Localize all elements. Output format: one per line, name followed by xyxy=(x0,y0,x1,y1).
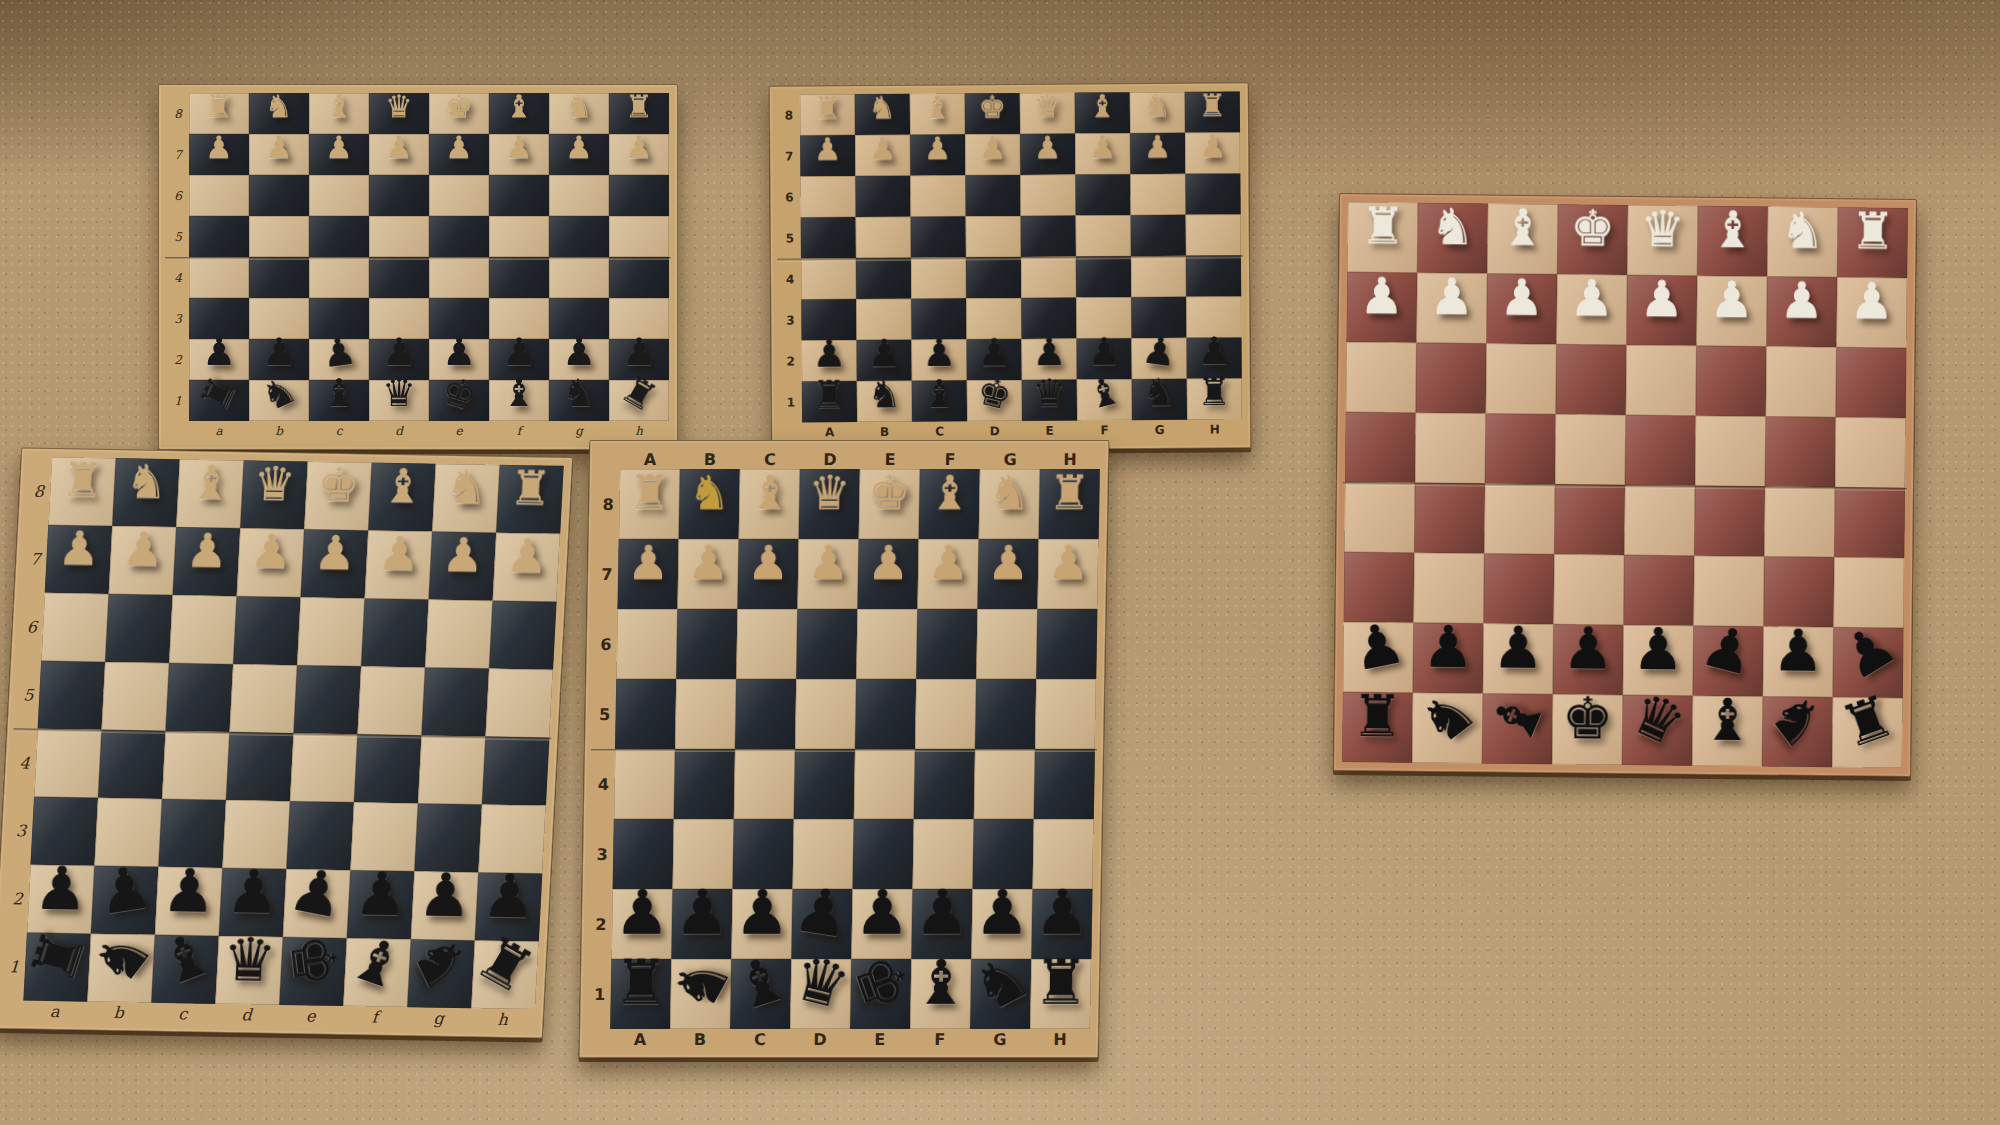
black-pawn: ♟ xyxy=(1021,332,1076,373)
white-pawn: ♟ xyxy=(618,528,679,598)
square-b3 xyxy=(249,298,309,339)
square-h1: ♜ xyxy=(609,380,669,421)
square-a2: ♟ xyxy=(1343,622,1414,693)
square-h6 xyxy=(1836,347,1907,418)
square-h4 xyxy=(1834,487,1905,558)
file-label-e: E xyxy=(1022,421,1077,441)
rank-label-3: 3 xyxy=(591,819,614,889)
black-bishop: ♝ xyxy=(910,948,971,1018)
rank-label-8: 8 xyxy=(778,94,800,135)
square-h8: ♜ xyxy=(1837,207,1908,278)
square-b7: ♟ xyxy=(109,526,177,595)
white-pawn: ♟ xyxy=(1185,126,1240,167)
square-d2: ♟ xyxy=(1553,624,1624,695)
white-pawn: ♟ xyxy=(249,127,309,168)
rank-label-1: 1 xyxy=(167,380,189,421)
square-e3 xyxy=(853,819,914,889)
square-c3 xyxy=(1484,554,1555,625)
white-queen: ♛ xyxy=(241,449,309,518)
file-label-a: A xyxy=(610,1029,670,1049)
square-a6 xyxy=(41,593,109,662)
square-b8: ♞ xyxy=(855,94,910,135)
square-h8: ♜ xyxy=(1185,91,1240,132)
square-b2: ♟ xyxy=(1413,623,1484,694)
square-c1: ♝ xyxy=(151,935,219,1004)
square-b3 xyxy=(856,299,911,340)
file-label-a: a xyxy=(189,421,249,441)
square-e3 xyxy=(1624,555,1695,626)
black-pawn: ♟ xyxy=(672,878,733,948)
square-e4 xyxy=(1624,485,1695,556)
square-c6 xyxy=(169,595,237,664)
square-d5 xyxy=(795,679,856,749)
square-b6 xyxy=(676,609,737,679)
white-queen: ♛ xyxy=(1020,86,1075,127)
square-g2: ♟ xyxy=(971,889,1032,959)
square-e6 xyxy=(429,175,489,216)
square-a1: ♜ xyxy=(802,381,857,422)
white-pawn: ♟ xyxy=(738,528,799,598)
square-d1: ♚ xyxy=(1552,694,1623,765)
square-h7: ♟ xyxy=(493,533,561,602)
rank-label-2: 2 xyxy=(780,340,802,381)
square-e8: ♛ xyxy=(1627,205,1698,276)
square-a1: ♜ xyxy=(610,959,671,1029)
square-a6 xyxy=(616,609,677,679)
square-g3 xyxy=(973,819,1034,889)
square-g2: ♟ xyxy=(549,339,609,380)
white-bishop: ♝ xyxy=(1487,192,1558,263)
square-d6 xyxy=(369,175,429,216)
rank-label-8: 8 xyxy=(597,469,620,539)
white-pawn: ♟ xyxy=(918,528,979,598)
square-b4 xyxy=(856,258,911,299)
black-pawn: ♟ xyxy=(1032,878,1093,948)
square-e5 xyxy=(429,216,489,257)
square-b5 xyxy=(102,662,170,731)
square-d8: ♚ xyxy=(965,93,1020,134)
white-knight: ♞ xyxy=(855,87,910,128)
square-g4 xyxy=(1131,256,1186,297)
white-rook: ♜ xyxy=(1039,458,1100,528)
file-label-h: h xyxy=(609,421,669,441)
square-e4 xyxy=(854,749,915,819)
file-label-b: B xyxy=(680,449,740,469)
chess-board-b4: ABCDEFGH8♜♞♝♛♚♝♞♜7♟♟♟♟♟♟♟♟65432♟♟♟♟♟♟♟♟1… xyxy=(579,440,1110,1058)
square-a4 xyxy=(189,257,249,298)
square-b8: ♞ xyxy=(679,469,740,539)
white-king: ♚ xyxy=(429,86,489,127)
square-g4 xyxy=(418,735,486,804)
square-e4 xyxy=(1021,257,1076,298)
file-label-e: E xyxy=(860,449,920,469)
white-queen: ♛ xyxy=(369,86,429,127)
square-h4 xyxy=(1186,255,1241,296)
square-b6 xyxy=(1416,343,1487,414)
square-c8: ♝ xyxy=(176,459,244,528)
square-d3 xyxy=(966,298,1021,339)
square-g7: ♟ xyxy=(549,134,609,175)
square-f5 xyxy=(1695,416,1766,487)
frame-corner xyxy=(598,449,620,469)
square-d7: ♟ xyxy=(1556,274,1627,345)
square-c8: ♝ xyxy=(309,93,369,134)
file-label-g: g xyxy=(406,1007,471,1028)
frame-corner xyxy=(588,1029,610,1049)
black-pawn: ♟ xyxy=(852,878,913,948)
square-c6 xyxy=(1486,344,1557,415)
square-b6 xyxy=(249,175,309,216)
square-a7: ♟ xyxy=(45,525,113,594)
square-d8: ♛ xyxy=(799,469,860,539)
square-h3 xyxy=(609,298,669,339)
square-a5 xyxy=(615,679,676,749)
file-label-d: D xyxy=(790,1029,850,1049)
white-rook: ♜ xyxy=(497,454,565,523)
square-e2: ♟ xyxy=(851,889,912,959)
white-rook: ♜ xyxy=(1185,85,1240,126)
white-knight: ♞ xyxy=(679,458,740,528)
square-d4 xyxy=(369,257,429,298)
square-d3 xyxy=(793,819,854,889)
square-a5 xyxy=(1345,412,1416,483)
square-g3 xyxy=(549,298,609,339)
square-h6 xyxy=(489,601,557,670)
square-e5 xyxy=(294,665,362,734)
square-e7: ♟ xyxy=(857,539,918,609)
square-c2: ♟ xyxy=(731,889,792,959)
black-bishop: ♝ xyxy=(309,373,369,414)
square-c3 xyxy=(911,298,966,339)
carpet-photo-scene: 8♜♞♝♛♚♝♞♜7♟♟♟♟♟♟♟♟65432♟♟♟♟♟♟♟♟1♜♞♝♛♚♝♞♜… xyxy=(0,0,2000,1125)
square-e6 xyxy=(1626,345,1697,416)
square-g1: ♞ xyxy=(407,939,475,1008)
rank-label-4: 4 xyxy=(167,257,189,298)
white-rook: ♜ xyxy=(189,86,249,127)
square-c4 xyxy=(162,731,230,800)
square-b8: ♞ xyxy=(1417,203,1488,274)
rank-label-2: 2 xyxy=(167,339,189,380)
white-pawn: ♟ xyxy=(1075,127,1130,168)
square-a4 xyxy=(801,258,856,299)
white-knight: ♞ xyxy=(549,86,609,127)
chess-board-b3: 8♜♞♝♛♚♝♞♜7♟♟♟♟♟♟♟♟65432♟♟♟♟♟♟♟♟1♜♞♝♛♚♝♞♜… xyxy=(0,447,573,1038)
square-b2: ♟ xyxy=(91,866,159,935)
square-h5 xyxy=(609,216,669,257)
square-b5 xyxy=(675,679,736,749)
square-d6 xyxy=(965,175,1020,216)
square-h4 xyxy=(1034,749,1095,819)
square-b7: ♟ xyxy=(249,134,309,175)
square-g5 xyxy=(1765,416,1836,487)
square-a6 xyxy=(189,175,249,216)
square-f6 xyxy=(489,175,549,216)
square-g8: ♞ xyxy=(1767,206,1838,277)
square-c1: ♝ xyxy=(1482,694,1553,765)
white-pawn: ♟ xyxy=(965,127,1020,168)
square-h1: ♜ xyxy=(471,940,539,1009)
square-b3 xyxy=(1414,553,1485,624)
square-f6 xyxy=(916,609,977,679)
square-f7: ♟ xyxy=(365,530,433,599)
rank-label-7: 7 xyxy=(167,134,189,175)
square-e8: ♚ xyxy=(859,469,920,539)
square-e4 xyxy=(290,733,358,802)
square-g8: ♞ xyxy=(979,469,1040,539)
file-label-f: F xyxy=(1077,420,1132,440)
square-h2: ♟ xyxy=(475,872,543,941)
square-f5 xyxy=(358,666,426,735)
square-h4 xyxy=(609,257,669,298)
square-b3 xyxy=(673,819,734,889)
square-c5 xyxy=(309,216,369,257)
square-f3 xyxy=(1694,556,1765,627)
file-label-e: E xyxy=(850,1029,910,1049)
square-a1: ♜ xyxy=(23,933,91,1002)
square-c7: ♟ xyxy=(1486,274,1557,345)
square-h3 xyxy=(478,804,546,873)
square-c5 xyxy=(166,663,234,732)
square-h5 xyxy=(1186,214,1241,255)
square-h6 xyxy=(1036,609,1097,679)
frame-corner xyxy=(167,421,189,441)
white-queen: ♛ xyxy=(799,458,860,528)
square-h7: ♟ xyxy=(1037,539,1098,609)
square-d7: ♟ xyxy=(237,528,305,597)
square-f5 xyxy=(489,216,549,257)
white-bishop: ♝ xyxy=(910,87,965,128)
square-a2: ♟ xyxy=(802,340,857,381)
square-f3 xyxy=(350,802,418,871)
file-label-b: b xyxy=(86,1002,151,1023)
square-e4 xyxy=(429,257,489,298)
chess-board-b2: 8♜♞♝♚♛♝♞♜7♟♟♟♟♟♟♟♟65432♟♟♟♟♟♟♟♟1♜♞♝♚♛♝♞♜… xyxy=(769,82,1252,451)
file-label-f: f xyxy=(489,421,549,441)
square-b3 xyxy=(94,798,162,867)
square-d1: ♛ xyxy=(790,959,851,1029)
square-d6 xyxy=(796,609,857,679)
square-b6 xyxy=(105,594,173,663)
square-a5 xyxy=(801,217,856,258)
square-c2: ♟ xyxy=(155,867,223,936)
black-rook: ♜ xyxy=(802,375,857,416)
square-h8: ♜ xyxy=(1039,469,1100,539)
white-pawn: ♟ xyxy=(489,127,549,168)
square-g8: ♞ xyxy=(1130,92,1185,133)
file-label-g: G xyxy=(980,449,1040,469)
file-label-a: A xyxy=(620,449,680,469)
black-rook: ♜ xyxy=(610,948,671,1018)
square-b8: ♞ xyxy=(249,93,309,134)
rank-label-5: 5 xyxy=(779,217,801,258)
white-knight: ♞ xyxy=(1417,192,1488,263)
square-e7: ♟ xyxy=(1626,275,1697,346)
square-g6 xyxy=(1766,346,1837,417)
white-knight: ♞ xyxy=(979,458,1040,528)
white-pawn: ♟ xyxy=(800,129,855,170)
square-g7: ♟ xyxy=(1766,276,1837,347)
square-c2: ♟ xyxy=(309,339,369,380)
square-a3 xyxy=(801,299,856,340)
square-c6 xyxy=(736,609,797,679)
white-pawn: ♟ xyxy=(549,127,609,168)
square-g3 xyxy=(414,803,482,872)
rank-label-8: 8 xyxy=(167,93,189,134)
square-e2: ♟ xyxy=(283,869,351,938)
rank-label-5: 5 xyxy=(167,216,189,257)
square-d2: ♟ xyxy=(219,868,287,937)
square-a3 xyxy=(30,797,98,866)
square-b1: ♞ xyxy=(249,380,309,421)
square-b2: ♟ xyxy=(249,339,309,380)
black-queen: ♛ xyxy=(369,373,429,414)
rank-label-1: 1 xyxy=(780,381,802,422)
square-h2: ♟ xyxy=(1186,337,1241,378)
square-g4 xyxy=(1764,486,1835,557)
square-e2: ♟ xyxy=(1623,625,1694,696)
square-d8: ♛ xyxy=(240,460,308,529)
square-a4 xyxy=(1344,482,1415,553)
square-d4 xyxy=(1554,484,1625,555)
black-pawn: ♟ xyxy=(732,878,793,948)
file-label-a: a xyxy=(22,1001,87,1022)
square-h7: ♟ xyxy=(609,134,669,175)
square-g2: ♟ xyxy=(411,871,479,940)
square-h6 xyxy=(609,175,669,216)
square-f8: ♝ xyxy=(1075,92,1130,133)
square-e7: ♟ xyxy=(1020,134,1075,175)
square-c5 xyxy=(735,679,796,749)
square-a1: ♜ xyxy=(189,380,249,421)
square-f2: ♟ xyxy=(489,339,549,380)
square-e5 xyxy=(855,679,916,749)
square-b5 xyxy=(856,217,911,258)
white-bishop: ♝ xyxy=(919,458,980,528)
black-rook: ♜ xyxy=(1030,948,1091,1018)
square-a2: ♟ xyxy=(27,865,95,934)
square-b7: ♟ xyxy=(855,135,910,176)
white-pawn: ♟ xyxy=(858,528,919,598)
square-f3 xyxy=(1076,297,1131,338)
square-g3 xyxy=(1764,556,1835,627)
white-bishop: ♝ xyxy=(309,86,369,127)
square-e5 xyxy=(1021,216,1076,257)
square-e8: ♚ xyxy=(429,93,489,134)
square-f4 xyxy=(914,749,975,819)
square-g5 xyxy=(975,679,1036,749)
square-d2: ♟ xyxy=(791,889,852,959)
file-label-c: c xyxy=(309,421,369,441)
square-a3 xyxy=(1344,552,1415,623)
black-bishop: ♝ xyxy=(489,373,549,414)
square-h7: ♟ xyxy=(1836,277,1907,348)
square-b4 xyxy=(98,730,166,799)
black-pawn: ♟ xyxy=(972,878,1033,948)
rank-label-6: 6 xyxy=(167,175,189,216)
rank-label-5: 5 xyxy=(593,679,616,749)
white-bishop: ♝ xyxy=(1075,86,1130,127)
square-f6 xyxy=(361,598,429,667)
square-a2: ♟ xyxy=(611,889,672,959)
square-c1: ♝ xyxy=(912,380,967,421)
white-rook: ♜ xyxy=(619,458,680,528)
square-g2: ♟ xyxy=(1763,626,1834,697)
file-label-h: H xyxy=(1187,419,1242,439)
file-label-d: D xyxy=(967,421,1022,441)
square-a4 xyxy=(614,749,675,819)
black-pawn: ♟ xyxy=(489,332,549,373)
white-knight: ♞ xyxy=(249,86,309,127)
file-label-g: g xyxy=(549,421,609,441)
square-h1: ♜ xyxy=(1030,959,1091,1029)
black-pawn: ♟ xyxy=(912,878,973,948)
square-c4 xyxy=(1484,484,1555,555)
square-d7: ♟ xyxy=(797,539,858,609)
square-d8: ♚ xyxy=(1557,204,1628,275)
square-h3 xyxy=(1033,819,1094,889)
square-f5 xyxy=(1076,215,1131,256)
white-rook: ♜ xyxy=(800,88,855,129)
square-g7: ♟ xyxy=(429,532,497,601)
square-b6 xyxy=(855,176,910,217)
square-a8: ♜ xyxy=(48,457,116,526)
square-a7: ♟ xyxy=(800,135,855,176)
square-c1: ♝ xyxy=(309,380,369,421)
black-pawn: ♟ xyxy=(429,332,489,373)
black-knight: ♞ xyxy=(1132,372,1187,413)
square-d7: ♟ xyxy=(369,134,429,175)
square-a7: ♟ xyxy=(189,134,249,175)
white-pawn: ♟ xyxy=(1130,126,1185,167)
square-c6 xyxy=(309,175,369,216)
square-a3 xyxy=(613,819,674,889)
square-f3 xyxy=(489,298,549,339)
square-b1: ♞ xyxy=(87,934,155,1003)
black-pawn: ♟ xyxy=(966,332,1021,373)
black-pawn: ♟ xyxy=(612,878,673,948)
square-e2: ♟ xyxy=(1022,339,1077,380)
square-d6 xyxy=(233,596,301,665)
square-e5 xyxy=(1625,415,1696,486)
square-f1: ♝ xyxy=(1692,696,1763,767)
black-knight: ♞ xyxy=(549,373,609,414)
square-f2: ♟ xyxy=(911,889,972,959)
square-d4 xyxy=(226,732,294,801)
white-pawn: ♟ xyxy=(978,528,1039,598)
square-f6 xyxy=(1696,346,1767,417)
square-b4 xyxy=(249,257,309,298)
square-h3 xyxy=(1834,557,1905,628)
square-e1: ♚ xyxy=(429,380,489,421)
square-g5 xyxy=(1131,215,1186,256)
square-d3 xyxy=(1554,554,1625,625)
square-g4 xyxy=(549,257,609,298)
white-knight: ♞ xyxy=(113,447,181,516)
square-f8: ♝ xyxy=(368,463,436,532)
square-g6 xyxy=(549,175,609,216)
black-pawn: ♟ xyxy=(549,332,609,373)
square-f8: ♝ xyxy=(919,469,980,539)
square-e3 xyxy=(429,298,489,339)
square-e1: ♚ xyxy=(279,937,347,1006)
chess-board-b1: 8♜♞♝♛♚♝♞♜7♟♟♟♟♟♟♟♟65432♟♟♟♟♟♟♟♟1♜♞♝♛♚♝♞♜… xyxy=(158,84,678,450)
white-bishop: ♝ xyxy=(489,86,549,127)
rank-label-2: 2 xyxy=(589,889,612,959)
square-e3 xyxy=(286,801,354,870)
rank-label-4: 4 xyxy=(779,258,801,299)
square-h4 xyxy=(482,737,550,806)
square-e6 xyxy=(856,609,917,679)
